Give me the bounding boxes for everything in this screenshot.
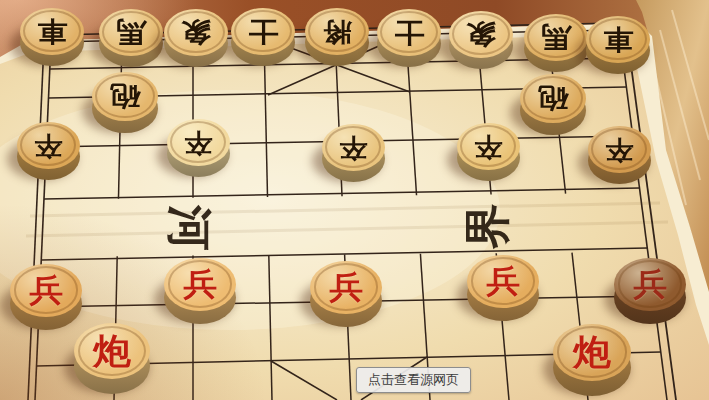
piece-face: 士 bbox=[231, 8, 295, 55]
piece-face: 卒 bbox=[457, 123, 520, 170]
piece-character: 兵 bbox=[486, 265, 520, 296]
piece-face: 卒 bbox=[322, 124, 385, 171]
piece-face: 將 bbox=[305, 8, 369, 55]
piece-character: 馬 bbox=[541, 23, 571, 51]
piece-character: 士 bbox=[248, 17, 278, 45]
piece-character: 象 bbox=[466, 20, 496, 48]
piece-character: 炮 bbox=[93, 334, 131, 369]
piece-character: 馬 bbox=[116, 18, 146, 46]
piece-face: 士 bbox=[377, 9, 441, 56]
piece-face: 炮 bbox=[553, 324, 631, 381]
piece-character: 兵 bbox=[183, 268, 217, 299]
piece-character: 兵 bbox=[29, 274, 63, 305]
piece-face: 車 bbox=[20, 8, 84, 55]
piece-face: 兵 bbox=[467, 255, 539, 308]
piece-face: 炮 bbox=[74, 323, 150, 379]
piece-face: 車 bbox=[586, 16, 650, 63]
piece-face: 砲 bbox=[520, 74, 586, 123]
piece-character: 將 bbox=[323, 18, 352, 45]
piece-character: 車 bbox=[603, 25, 633, 53]
xiangqi-photo-scene: 河 界 車馬象士將士象馬車砲砲卒卒卒卒卒兵兵兵兵兵炮炮 点击查看源网页 bbox=[0, 0, 709, 400]
piece-face: 象 bbox=[164, 9, 228, 56]
piece-face: 兵 bbox=[10, 264, 82, 317]
piece-character: 卒 bbox=[474, 133, 502, 159]
piece-character: 卒 bbox=[339, 134, 367, 160]
piece-character: 兵 bbox=[633, 268, 667, 299]
piece-character: 砲 bbox=[110, 82, 140, 110]
piece-face: 象 bbox=[449, 11, 513, 58]
piece-face: 兵 bbox=[310, 261, 382, 314]
piece-face: 兵 bbox=[614, 258, 686, 311]
source-page-caption[interactable]: 点击查看源网页 bbox=[356, 367, 471, 393]
piece-character: 卒 bbox=[34, 132, 62, 158]
piece-character: 車 bbox=[37, 17, 67, 45]
piece-face: 卒 bbox=[17, 122, 80, 169]
piece-character: 砲 bbox=[538, 84, 568, 112]
piece-character: 卒 bbox=[184, 129, 212, 155]
river-char-right: 界 bbox=[460, 203, 514, 250]
piece-character: 兵 bbox=[329, 271, 363, 302]
piece-character: 炮 bbox=[573, 335, 611, 370]
piece-character: 象 bbox=[181, 18, 211, 46]
piece-face: 卒 bbox=[167, 119, 230, 166]
piece-face: 兵 bbox=[164, 258, 236, 311]
piece-face: 砲 bbox=[92, 72, 158, 121]
piece-character: 卒 bbox=[605, 136, 633, 162]
piece-character: 士 bbox=[394, 18, 424, 46]
piece-face: 卒 bbox=[588, 126, 651, 173]
